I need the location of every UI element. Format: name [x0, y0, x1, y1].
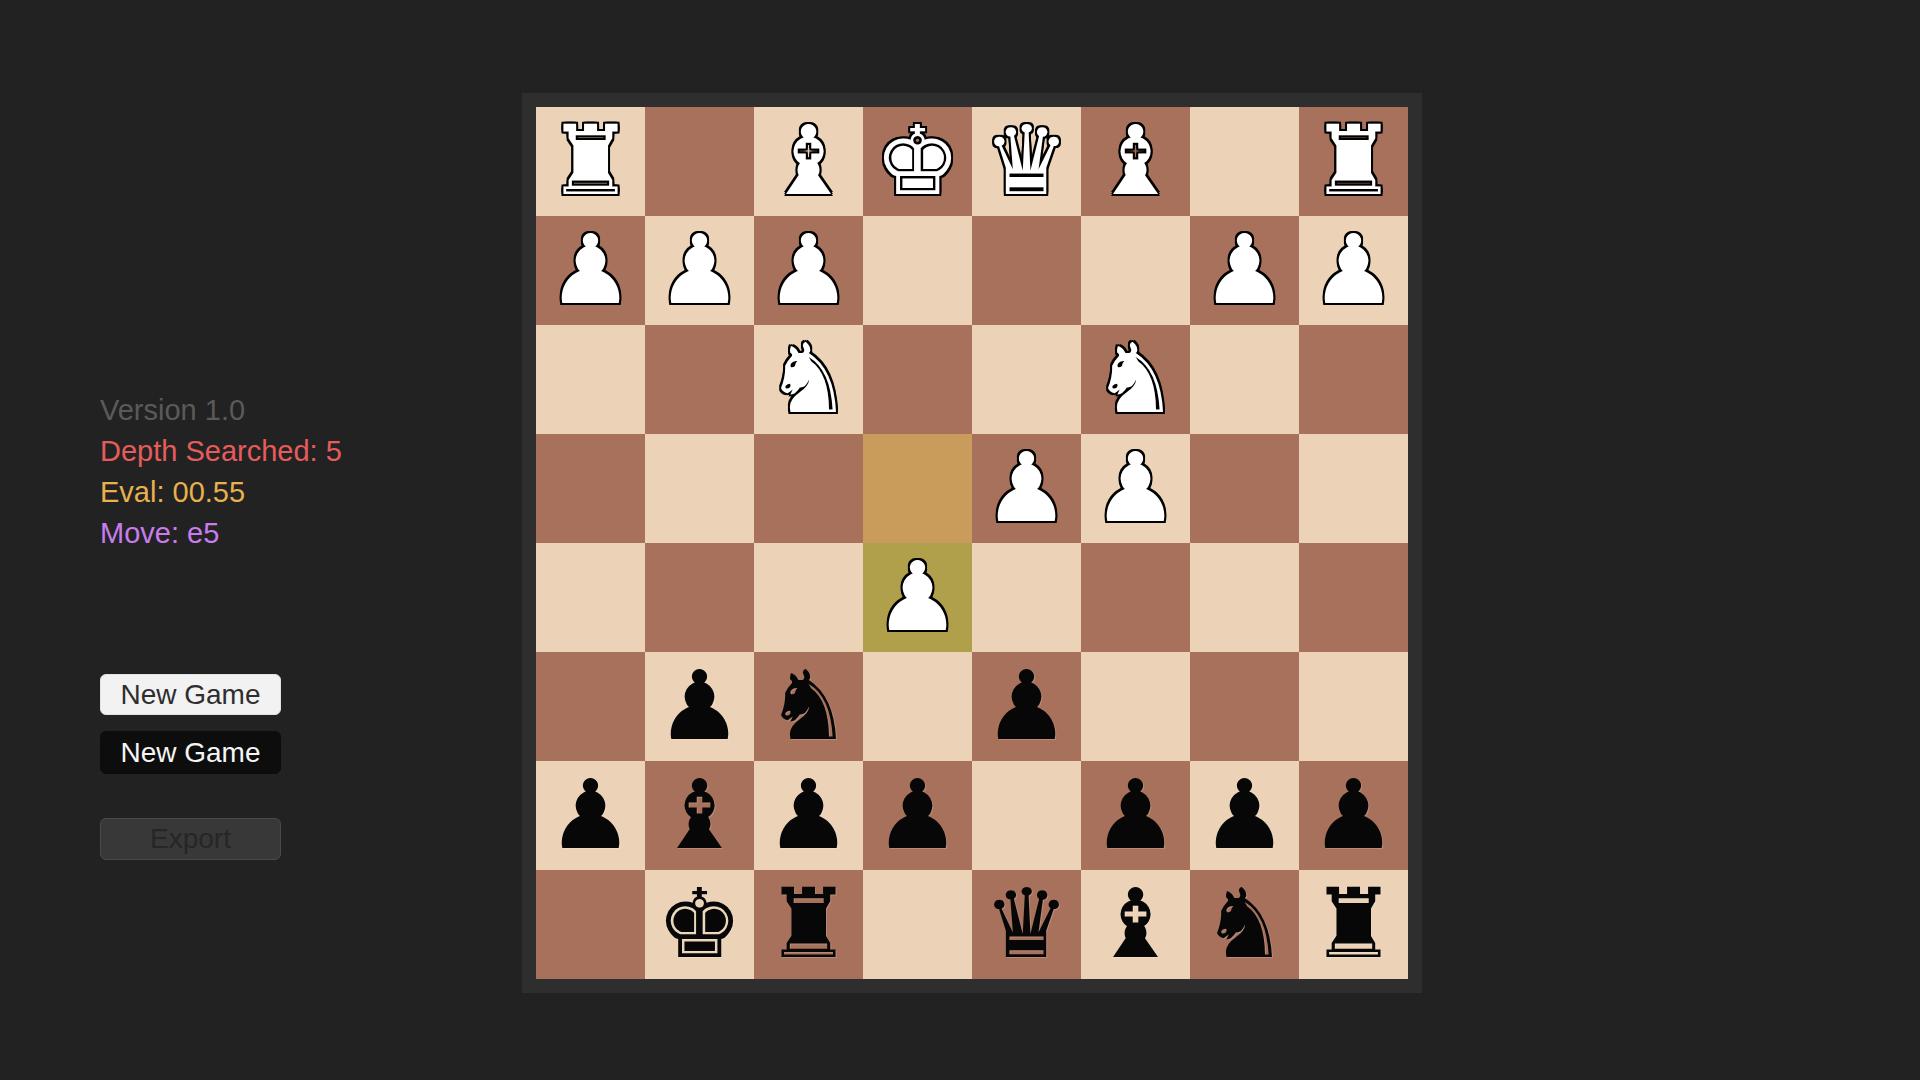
piece-black-bishop: ♝ [656, 761, 742, 870]
square-d1[interactable]: ♛ [972, 107, 1081, 216]
square-f5[interactable] [754, 543, 863, 652]
square-f3[interactable]: ♞ [754, 325, 863, 434]
square-c1[interactable]: ♝ [1081, 107, 1190, 216]
version-label: Version 1.0 [100, 390, 342, 431]
square-f2[interactable]: ♟ [754, 216, 863, 325]
square-h8[interactable] [536, 870, 645, 979]
piece-black-pawn: ♟ [765, 761, 851, 870]
piece-white-pawn: ♟ [874, 543, 960, 652]
square-h7[interactable]: ♟ [536, 761, 645, 870]
square-h1[interactable]: ♜ [536, 107, 645, 216]
piece-black-pawn: ♟ [1092, 761, 1178, 870]
piece-white-pawn: ♟ [547, 216, 633, 325]
square-b2[interactable]: ♟ [1190, 216, 1299, 325]
piece-black-pawn: ♟ [656, 652, 742, 761]
square-g5[interactable] [645, 543, 754, 652]
square-e7[interactable]: ♟ [863, 761, 972, 870]
square-g6[interactable]: ♟ [645, 652, 754, 761]
square-g7[interactable]: ♝ [645, 761, 754, 870]
square-b6[interactable] [1190, 652, 1299, 761]
square-b8[interactable]: ♞ [1190, 870, 1299, 979]
piece-black-pawn: ♟ [1310, 761, 1396, 870]
square-c4[interactable]: ♟ [1081, 434, 1190, 543]
piece-black-pawn: ♟ [1201, 761, 1287, 870]
square-h4[interactable] [536, 434, 645, 543]
square-c8[interactable]: ♝ [1081, 870, 1190, 979]
piece-white-pawn: ♟ [1310, 216, 1396, 325]
square-g1[interactable] [645, 107, 754, 216]
square-g3[interactable] [645, 325, 754, 434]
square-b1[interactable] [1190, 107, 1299, 216]
square-d3[interactable] [972, 325, 1081, 434]
piece-black-pawn: ♟ [874, 761, 960, 870]
square-g8[interactable]: ♚ [645, 870, 754, 979]
square-e8[interactable] [863, 870, 972, 979]
square-c7[interactable]: ♟ [1081, 761, 1190, 870]
engine-panel: Version 1.0 Depth Searched: 5 Eval: 00.5… [100, 390, 342, 554]
piece-white-bishop: ♝ [765, 107, 851, 216]
piece-white-pawn: ♟ [656, 216, 742, 325]
square-e1[interactable]: ♚ [863, 107, 972, 216]
square-a5[interactable] [1299, 543, 1408, 652]
square-b4[interactable] [1190, 434, 1299, 543]
square-a1[interactable]: ♜ [1299, 107, 1408, 216]
square-b3[interactable] [1190, 325, 1299, 434]
piece-black-queen: ♛ [983, 870, 1069, 979]
square-e4[interactable] [863, 434, 972, 543]
square-f1[interactable]: ♝ [754, 107, 863, 216]
square-f8[interactable]: ♜ [754, 870, 863, 979]
piece-white-pawn: ♟ [1092, 434, 1178, 543]
piece-white-pawn: ♟ [1201, 216, 1287, 325]
piece-black-pawn: ♟ [547, 761, 633, 870]
depth-searched-label: Depth Searched: 5 [100, 431, 342, 472]
piece-white-rook: ♜ [1310, 107, 1396, 216]
square-a4[interactable] [1299, 434, 1408, 543]
square-d7[interactable] [972, 761, 1081, 870]
piece-black-rook: ♜ [1310, 870, 1396, 979]
square-c5[interactable] [1081, 543, 1190, 652]
piece-white-king: ♚ [874, 107, 960, 216]
square-e3[interactable] [863, 325, 972, 434]
piece-black-king: ♚ [656, 870, 742, 979]
square-b5[interactable] [1190, 543, 1299, 652]
square-d8[interactable]: ♛ [972, 870, 1081, 979]
square-c6[interactable] [1081, 652, 1190, 761]
piece-black-pawn: ♟ [983, 652, 1069, 761]
square-f7[interactable]: ♟ [754, 761, 863, 870]
square-h6[interactable] [536, 652, 645, 761]
square-f4[interactable] [754, 434, 863, 543]
square-e6[interactable] [863, 652, 972, 761]
export-button[interactable]: Export [100, 818, 281, 860]
piece-white-queen: ♛ [983, 107, 1069, 216]
square-a6[interactable] [1299, 652, 1408, 761]
chess-board[interactable]: ♜♝♚♛♝♜♟♟♟♟♟♞♞♟♟♟♟♞♟♟♝♟♟♟♟♟♚♜♛♝♞♜ [536, 107, 1408, 979]
new-game-dark-button[interactable]: New Game [100, 731, 281, 774]
piece-white-knight: ♞ [765, 325, 851, 434]
piece-white-pawn: ♟ [765, 216, 851, 325]
move-label: Move: e5 [100, 513, 342, 554]
eval-label: Eval: 00.55 [100, 472, 342, 513]
square-d2[interactable] [972, 216, 1081, 325]
square-h2[interactable]: ♟ [536, 216, 645, 325]
piece-black-knight: ♞ [1201, 870, 1287, 979]
piece-white-knight: ♞ [1092, 325, 1178, 434]
chess-board-frame: ♜♝♚♛♝♜♟♟♟♟♟♞♞♟♟♟♟♞♟♟♝♟♟♟♟♟♚♜♛♝♞♜ [522, 93, 1422, 993]
square-a2[interactable]: ♟ [1299, 216, 1408, 325]
square-a8[interactable]: ♜ [1299, 870, 1408, 979]
square-d6[interactable]: ♟ [972, 652, 1081, 761]
new-game-light-button[interactable]: New Game [100, 674, 281, 715]
piece-black-bishop: ♝ [1092, 870, 1178, 979]
piece-black-knight: ♞ [765, 652, 851, 761]
square-b7[interactable]: ♟ [1190, 761, 1299, 870]
square-c2[interactable] [1081, 216, 1190, 325]
square-g2[interactable]: ♟ [645, 216, 754, 325]
square-a3[interactable] [1299, 325, 1408, 434]
piece-white-bishop: ♝ [1092, 107, 1178, 216]
square-d5[interactable] [972, 543, 1081, 652]
square-e5[interactable]: ♟ [863, 543, 972, 652]
square-h5[interactable] [536, 543, 645, 652]
square-h3[interactable] [536, 325, 645, 434]
square-d4[interactable]: ♟ [972, 434, 1081, 543]
square-c3[interactable]: ♞ [1081, 325, 1190, 434]
square-f6[interactable]: ♞ [754, 652, 863, 761]
piece-black-rook: ♜ [765, 870, 851, 979]
square-g4[interactable] [645, 434, 754, 543]
piece-white-rook: ♜ [547, 107, 633, 216]
piece-white-pawn: ♟ [983, 434, 1069, 543]
square-a7[interactable]: ♟ [1299, 761, 1408, 870]
square-e2[interactable] [863, 216, 972, 325]
